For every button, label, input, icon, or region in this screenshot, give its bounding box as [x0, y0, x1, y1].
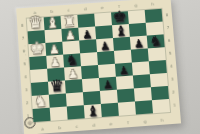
square-h4[interactable]	[149, 60, 167, 74]
coordinate-label: 6	[166, 34, 173, 47]
coordinate-label: d	[77, 6, 94, 12]
piece-white-knight[interactable]: ♞	[34, 94, 48, 109]
coordinate-label: h	[144, 1, 161, 7]
coordinate-label: 2	[170, 85, 177, 98]
square-f1[interactable]	[118, 101, 136, 115]
coordinate-label: g	[136, 118, 153, 124]
square-h3[interactable]	[150, 73, 168, 87]
square-b3[interactable]: ♛	[48, 80, 66, 94]
coordinate-label: g	[127, 2, 144, 8]
square-f3[interactable]	[116, 75, 134, 89]
square-d8[interactable]	[77, 14, 95, 28]
coordinate-label: d	[85, 122, 102, 128]
coordinate-label: 5	[167, 47, 174, 60]
square-c1[interactable]	[67, 105, 85, 119]
piece-white-pawn[interactable]: ♟	[65, 30, 76, 42]
piece-black-knight[interactable]: ♞	[149, 34, 163, 49]
coordinate-label: e	[94, 5, 111, 11]
piece-black-pawn[interactable]: ♟	[103, 79, 114, 91]
square-a2[interactable]: ♞	[32, 95, 50, 109]
square-f2[interactable]	[117, 88, 135, 102]
square-d3[interactable]	[82, 78, 100, 92]
square-e6[interactable]: ♟	[96, 38, 114, 52]
square-e5[interactable]	[97, 51, 115, 65]
square-a1[interactable]	[33, 108, 51, 122]
square-g5[interactable]	[131, 48, 149, 62]
square-g1[interactable]	[135, 100, 153, 114]
square-e3[interactable]: ♟	[99, 77, 117, 91]
coordinate-label: 4	[22, 70, 29, 83]
square-h1[interactable]	[152, 99, 170, 113]
piece-black-pawn[interactable]: ♟	[119, 65, 130, 77]
piece-black-knight[interactable]: ♞	[65, 53, 78, 68]
piece-black-queen[interactable]: ♛	[49, 78, 64, 95]
square-b8[interactable]: ♝	[44, 16, 62, 30]
piece-black-pawn[interactable]: ♟	[134, 38, 145, 50]
piece-white-king[interactable]: ♚	[30, 40, 45, 57]
square-f7[interactable]: ♝	[112, 24, 130, 38]
square-h2[interactable]	[151, 86, 169, 100]
coordinate-label: a	[34, 126, 51, 132]
square-d6[interactable]	[79, 39, 97, 53]
square-b2[interactable]	[49, 93, 67, 107]
square-g7[interactable]	[129, 23, 147, 37]
square-f4[interactable]: ♟	[115, 63, 133, 77]
square-h6[interactable]: ♞	[147, 34, 165, 48]
coordinate-label: 6	[20, 44, 27, 57]
piece-black-pawn[interactable]: ♟	[82, 29, 93, 41]
piece-white-pawn[interactable]: ♟	[49, 44, 60, 56]
board-photo: ◎ · · · · abcdefgh abcdefgh 87654321 876…	[0, 0, 200, 134]
square-h5[interactable]	[148, 47, 166, 61]
square-c2[interactable]	[66, 92, 84, 106]
square-e2[interactable]	[100, 90, 118, 104]
piece-white-rook[interactable]: ♜	[63, 14, 76, 29]
coordinate-label: 7	[20, 32, 27, 45]
square-g4[interactable]	[132, 61, 150, 75]
coordinate-label: 3	[23, 83, 30, 96]
coordinate-label: c	[68, 123, 85, 129]
coordinate-label: 1	[25, 109, 32, 123]
square-b7[interactable]	[44, 29, 62, 43]
coordinate-label: b	[51, 125, 68, 131]
square-f5[interactable]	[114, 50, 132, 64]
square-c7[interactable]: ♟	[61, 28, 79, 42]
coordinate-label: 8	[163, 8, 170, 21]
coordinate-label: 8	[19, 19, 26, 32]
square-c5[interactable]: ♞	[63, 53, 81, 67]
piece-black-bishop[interactable]: ♝	[114, 23, 128, 38]
piece-black-bishop[interactable]: ♝	[86, 103, 100, 118]
square-d4[interactable]	[81, 65, 99, 79]
piece-white-bishop[interactable]: ♝	[46, 15, 59, 30]
square-g6[interactable]: ♟	[130, 36, 148, 50]
square-e1[interactable]	[101, 103, 119, 117]
piece-white-pawn[interactable]: ♟	[50, 57, 61, 69]
square-a6[interactable]: ♚	[28, 43, 46, 57]
square-c4[interactable]: ♟	[64, 66, 82, 80]
board-grid: ♛♝♜♚♟♟♝♚♟♟♟♞♟♞♟♟♛♟♞♝	[27, 9, 170, 122]
coordinate-label: 3	[169, 72, 176, 85]
square-h8[interactable]	[145, 9, 163, 23]
square-g3[interactable]	[133, 74, 151, 88]
square-b1[interactable]	[50, 106, 68, 120]
square-a8[interactable]: ♛	[27, 17, 45, 31]
coordinate-label: 1	[171, 98, 178, 111]
piece-black-pawn[interactable]: ♟	[100, 40, 111, 52]
piece-white-pawn[interactable]: ♟	[68, 68, 79, 80]
square-d1[interactable]: ♝	[84, 104, 102, 118]
square-a4[interactable]	[30, 69, 48, 83]
square-d5[interactable]	[80, 52, 98, 66]
square-e4[interactable]	[98, 64, 116, 78]
coordinate-label: 7	[165, 21, 172, 34]
coordinate-label: e	[102, 121, 119, 127]
coordinate-label: 2	[24, 96, 31, 109]
chess-mat: ◎ · · · · abcdefgh abcdefgh 87654321 876…	[16, 0, 181, 134]
square-f6[interactable]	[113, 37, 131, 51]
square-b5[interactable]: ♟	[46, 55, 64, 69]
coordinate-label: 5	[21, 57, 28, 70]
coordinate-label: h	[153, 117, 170, 123]
square-c3[interactable]	[65, 79, 83, 93]
coordinate-label: 4	[168, 59, 175, 72]
square-a5[interactable]	[29, 56, 47, 70]
coordinate-label: f	[119, 120, 136, 126]
piece-white-queen[interactable]: ♛	[28, 15, 43, 32]
square-b6[interactable]: ♟	[45, 42, 63, 56]
square-g2[interactable]	[134, 87, 152, 101]
